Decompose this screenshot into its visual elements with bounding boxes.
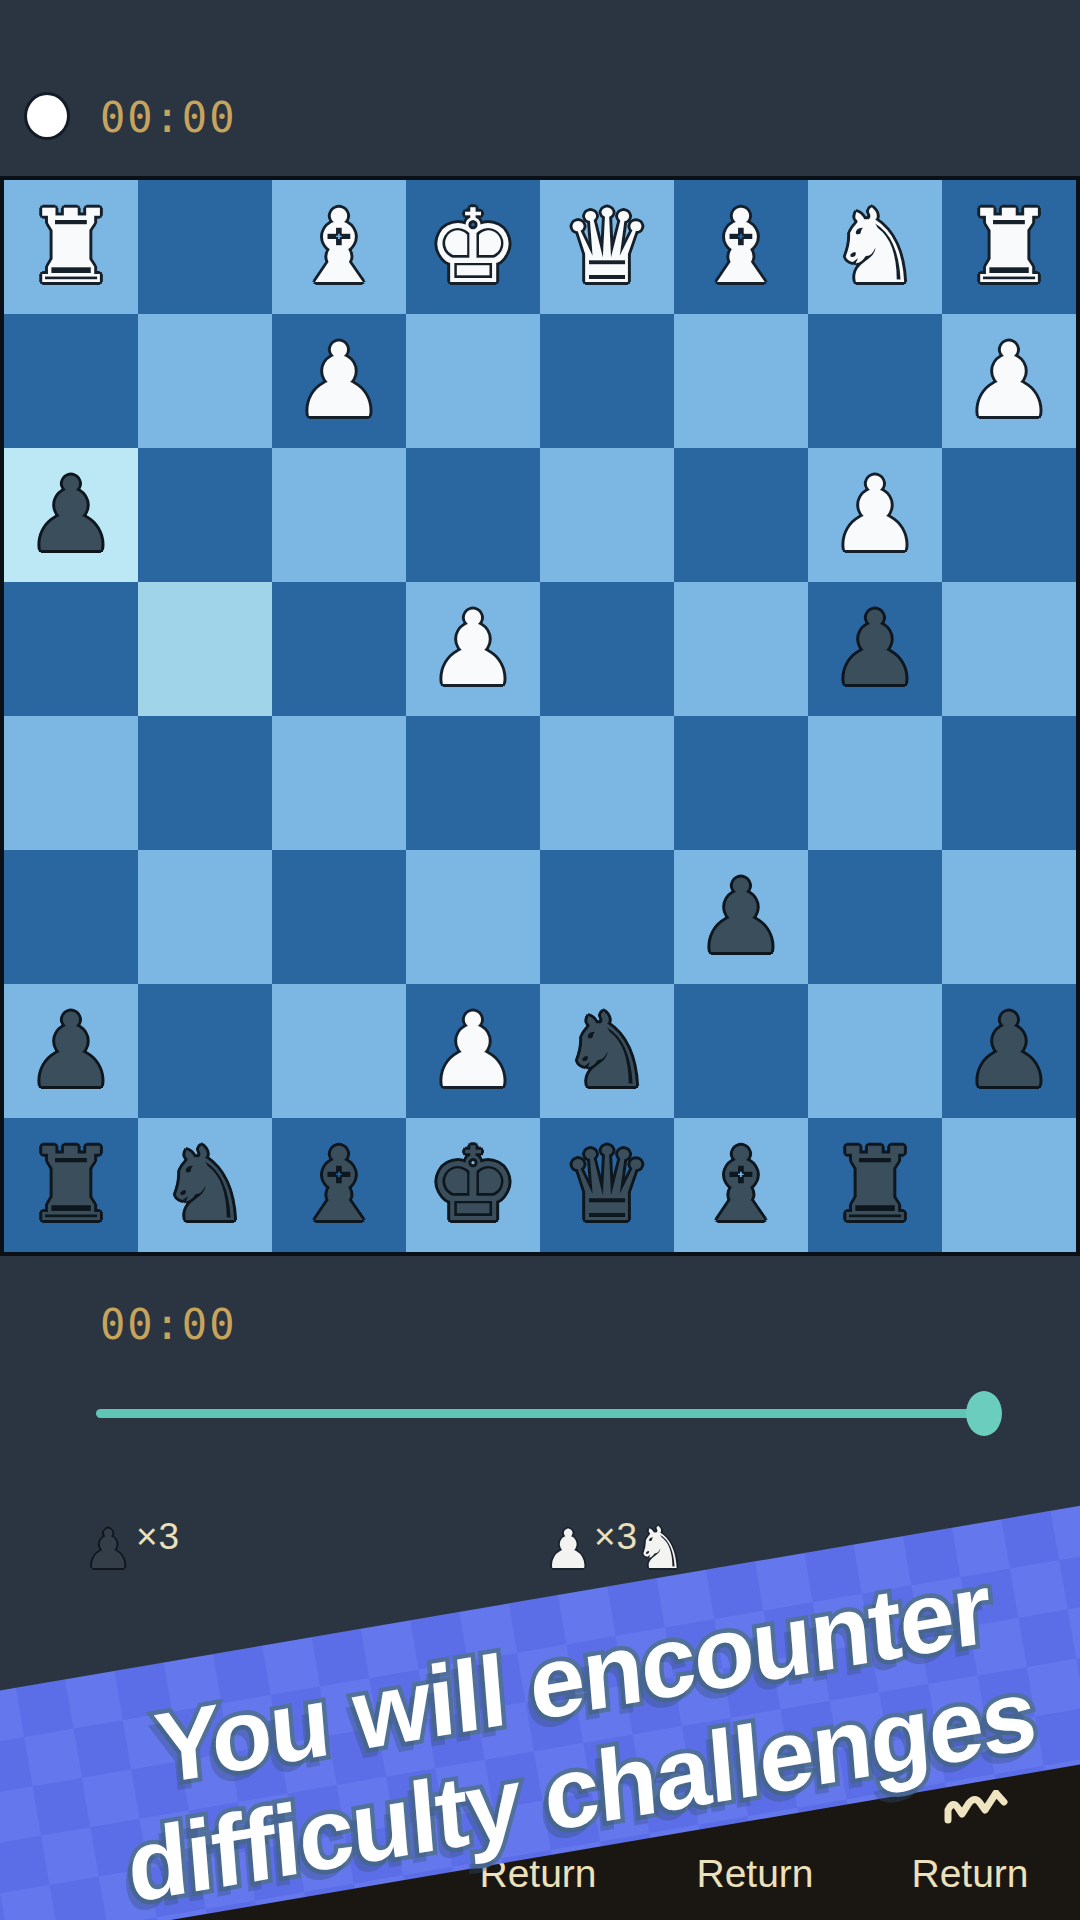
crown-icon <box>944 1790 1010 1830</box>
square-g4[interactable] <box>138 582 272 716</box>
white-pawn-piece: ♟ <box>427 582 518 716</box>
black-king-piece: ♚ <box>427 1118 518 1252</box>
square-d1[interactable]: ♛ <box>540 180 674 314</box>
black-rook-piece: ♜ <box>829 1118 920 1252</box>
square-b6[interactable] <box>808 850 942 984</box>
square-h8[interactable]: ♜ <box>4 1118 138 1252</box>
white-pawn-piece: ♟ <box>293 314 384 448</box>
square-c7[interactable] <box>674 984 808 1118</box>
white-pawn-piece: ♟ <box>963 314 1054 448</box>
square-c1[interactable]: ♝ <box>674 180 808 314</box>
square-b7[interactable] <box>808 984 942 1118</box>
black-knight-piece: ♞ <box>561 984 652 1118</box>
black-pawn-piece: ♟ <box>829 582 920 716</box>
square-a8[interactable] <box>942 1118 1076 1252</box>
square-d3[interactable] <box>540 448 674 582</box>
captured-white-pawn-count: ×3 <box>594 1516 638 1558</box>
square-h6[interactable] <box>4 850 138 984</box>
square-a6[interactable] <box>942 850 1076 984</box>
progress-slider-knob[interactable] <box>966 1391 1002 1436</box>
square-e7[interactable]: ♟ <box>406 984 540 1118</box>
square-g6[interactable] <box>138 850 272 984</box>
top-bar: 00:00 <box>0 0 1080 176</box>
white-pawn-piece: ♟ <box>427 984 518 1118</box>
progress-slider-track[interactable] <box>96 1409 988 1418</box>
captured-white-knight-icon: ♞ <box>634 1518 686 1578</box>
white-bishop-piece: ♝ <box>695 180 786 314</box>
square-f2[interactable]: ♟ <box>272 314 406 448</box>
square-e8[interactable]: ♚ <box>406 1118 540 1252</box>
square-g5[interactable] <box>138 716 272 850</box>
square-e6[interactable] <box>406 850 540 984</box>
black-queen-piece: ♛ <box>561 1118 652 1252</box>
square-f1[interactable]: ♝ <box>272 180 406 314</box>
square-c3[interactable] <box>674 448 808 582</box>
white-knight-piece: ♞ <box>829 180 920 314</box>
black-bishop-piece: ♝ <box>293 1118 384 1252</box>
white-rook-piece: ♜ <box>963 180 1054 314</box>
app-screen: 00:00 ♜♝♚♛♝♞♜♟♟♟♟♟♟♟♟♟♞♟♜♞♝♚♛♝♜ 00:00 ♟ … <box>0 0 1080 1920</box>
square-g1[interactable] <box>138 180 272 314</box>
square-f7[interactable] <box>272 984 406 1118</box>
square-f4[interactable] <box>272 582 406 716</box>
square-c2[interactable] <box>674 314 808 448</box>
square-d7[interactable]: ♞ <box>540 984 674 1118</box>
square-e5[interactable] <box>406 716 540 850</box>
captured-black-pawn-count: ×3 <box>136 1516 180 1558</box>
square-h1[interactable]: ♜ <box>4 180 138 314</box>
white-turn-indicator-icon <box>24 92 70 140</box>
square-d6[interactable] <box>540 850 674 984</box>
square-e3[interactable] <box>406 448 540 582</box>
captured-black-pawn-icon: ♟ <box>84 1520 132 1580</box>
white-pawn-piece: ♟ <box>829 448 920 582</box>
black-rook-piece: ♜ <box>25 1118 116 1252</box>
captured-white-pawn-icon: ♟ <box>544 1520 592 1580</box>
square-g8[interactable]: ♞ <box>138 1118 272 1252</box>
square-h5[interactable] <box>4 716 138 850</box>
square-f3[interactable] <box>272 448 406 582</box>
square-d5[interactable] <box>540 716 674 850</box>
square-e1[interactable]: ♚ <box>406 180 540 314</box>
square-a7[interactable]: ♟ <box>942 984 1076 1118</box>
square-h4[interactable] <box>4 582 138 716</box>
square-e4[interactable]: ♟ <box>406 582 540 716</box>
white-queen-piece: ♛ <box>561 180 652 314</box>
square-h2[interactable] <box>4 314 138 448</box>
square-c4[interactable] <box>674 582 808 716</box>
square-c5[interactable] <box>674 716 808 850</box>
square-e2[interactable] <box>406 314 540 448</box>
square-a5[interactable] <box>942 716 1076 850</box>
square-g2[interactable] <box>138 314 272 448</box>
square-f5[interactable] <box>272 716 406 850</box>
white-rook-piece: ♜ <box>25 180 116 314</box>
square-d2[interactable] <box>540 314 674 448</box>
return-button-2[interactable]: Return <box>675 1852 835 1896</box>
square-a1[interactable]: ♜ <box>942 180 1076 314</box>
square-f6[interactable] <box>272 850 406 984</box>
black-pawn-piece: ♟ <box>25 448 116 582</box>
square-f8[interactable]: ♝ <box>272 1118 406 1252</box>
square-d8[interactable]: ♛ <box>540 1118 674 1252</box>
chess-board: ♜♝♚♛♝♞♜♟♟♟♟♟♟♟♟♟♞♟♜♞♝♚♛♝♜ <box>0 176 1080 1256</box>
square-g7[interactable] <box>138 984 272 1118</box>
square-d4[interactable] <box>540 582 674 716</box>
white-king-piece: ♚ <box>427 180 518 314</box>
square-b8[interactable]: ♜ <box>808 1118 942 1252</box>
square-h3[interactable]: ♟ <box>4 448 138 582</box>
square-a4[interactable] <box>942 582 1076 716</box>
square-h7[interactable]: ♟ <box>4 984 138 1118</box>
return-button-3[interactable]: Return <box>890 1852 1050 1896</box>
square-b2[interactable] <box>808 314 942 448</box>
black-pawn-piece: ♟ <box>963 984 1054 1118</box>
black-pawn-piece: ♟ <box>25 984 116 1118</box>
black-bishop-piece: ♝ <box>695 1118 786 1252</box>
square-c8[interactable]: ♝ <box>674 1118 808 1252</box>
square-b3[interactable]: ♟ <box>808 448 942 582</box>
opponent-clock: 00:00 <box>100 93 236 142</box>
square-a2[interactable]: ♟ <box>942 314 1076 448</box>
square-g3[interactable] <box>138 448 272 582</box>
square-b1[interactable]: ♞ <box>808 180 942 314</box>
white-bishop-piece: ♝ <box>293 180 384 314</box>
black-pawn-piece: ♟ <box>695 850 786 984</box>
square-b4[interactable]: ♟ <box>808 582 942 716</box>
square-b5[interactable] <box>808 716 942 850</box>
square-c6[interactable]: ♟ <box>674 850 808 984</box>
square-a3[interactable] <box>942 448 1076 582</box>
player-clock: 00:00 <box>100 1300 236 1349</box>
black-knight-piece: ♞ <box>159 1118 250 1252</box>
